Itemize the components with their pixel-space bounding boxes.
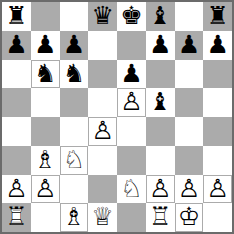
black-pawn-piece[interactable]: ♟: [60, 31, 89, 60]
square-c3[interactable]: ♞♘: [60, 146, 89, 175]
square-g8[interactable]: [175, 2, 204, 31]
square-e7[interactable]: [117, 31, 146, 60]
square-e3[interactable]: [117, 146, 146, 175]
square-d2[interactable]: [88, 175, 117, 204]
square-c4[interactable]: [60, 117, 89, 146]
black-rook-piece[interactable]: ♜: [2, 2, 31, 31]
white-rook-piece[interactable]: ♜♖: [146, 203, 175, 232]
black-pawn-piece[interactable]: ♟: [31, 31, 60, 60]
square-d3[interactable]: [88, 146, 117, 175]
square-b3[interactable]: ♝♗: [31, 146, 60, 175]
square-a5[interactable]: [2, 88, 31, 117]
square-d8[interactable]: ♛: [88, 2, 117, 31]
black-pawn-piece[interactable]: ♟: [117, 60, 146, 89]
white-pawn-piece[interactable]: ♟♙: [175, 175, 204, 204]
square-a3[interactable]: [2, 146, 31, 175]
square-g2[interactable]: ♟♙: [175, 175, 204, 204]
square-c7[interactable]: ♟: [60, 31, 89, 60]
white-knight-piece[interactable]: ♞♘: [117, 175, 146, 204]
black-knight-piece[interactable]: ♞: [60, 60, 89, 89]
square-h7[interactable]: ♟: [203, 31, 232, 60]
square-g1[interactable]: ♚♔: [175, 203, 204, 232]
square-c6[interactable]: ♞: [60, 60, 89, 89]
black-pawn-piece[interactable]: ♟: [203, 31, 232, 60]
white-queen-piece[interactable]: ♛♕: [88, 203, 117, 232]
square-d5[interactable]: [88, 88, 117, 117]
white-rook-piece[interactable]: ♜♖: [2, 203, 31, 232]
square-g3[interactable]: [175, 146, 204, 175]
square-h1[interactable]: [203, 203, 232, 232]
square-h2[interactable]: ♟♙: [203, 175, 232, 204]
square-b8[interactable]: [31, 2, 60, 31]
square-d1[interactable]: ♛♕: [88, 203, 117, 232]
white-knight-piece[interactable]: ♞♘: [60, 146, 89, 175]
white-king-piece[interactable]: ♚♔: [175, 203, 204, 232]
square-f6[interactable]: [146, 60, 175, 89]
square-e5[interactable]: ♟♙: [117, 88, 146, 117]
black-king-piece[interactable]: ♚: [117, 2, 146, 31]
square-g7[interactable]: ♟: [175, 31, 204, 60]
square-a2[interactable]: ♟♙: [2, 175, 31, 204]
square-b6[interactable]: ♞: [31, 60, 60, 89]
white-bishop-piece[interactable]: ♝♗: [31, 146, 60, 175]
black-bishop-piece[interactable]: ♝: [146, 88, 175, 117]
square-f1[interactable]: ♜♖: [146, 203, 175, 232]
square-f7[interactable]: ♟: [146, 31, 175, 60]
white-pawn-piece[interactable]: ♟♙: [203, 175, 232, 204]
square-a7[interactable]: ♟: [2, 31, 31, 60]
black-rook-piece[interactable]: ♜: [203, 2, 232, 31]
square-a4[interactable]: [2, 117, 31, 146]
square-e6[interactable]: ♟: [117, 60, 146, 89]
square-h3[interactable]: [203, 146, 232, 175]
square-b5[interactable]: [31, 88, 60, 117]
square-h8[interactable]: ♜: [203, 2, 232, 31]
chess-board: ♜♛♚♝♜♟♟♟♟♟♟♞♞♟♟♙♝♟♙♝♗♞♘♟♙♟♙♞♘♟♙♟♙♟♙♜♖♝♗♛…: [0, 0, 234, 234]
square-b4[interactable]: [31, 117, 60, 146]
square-b2[interactable]: ♟♙: [31, 175, 60, 204]
black-pawn-piece[interactable]: ♟: [175, 31, 204, 60]
square-e8[interactable]: ♚: [117, 2, 146, 31]
square-f3[interactable]: [146, 146, 175, 175]
square-b7[interactable]: ♟: [31, 31, 60, 60]
square-c5[interactable]: [60, 88, 89, 117]
square-e4[interactable]: [117, 117, 146, 146]
white-pawn-piece[interactable]: ♟♙: [2, 175, 31, 204]
white-pawn-piece[interactable]: ♟♙: [88, 117, 117, 146]
square-f8[interactable]: ♝: [146, 2, 175, 31]
white-pawn-piece[interactable]: ♟♙: [146, 175, 175, 204]
square-e1[interactable]: [117, 203, 146, 232]
square-c1[interactable]: ♝♗: [60, 203, 89, 232]
black-pawn-piece[interactable]: ♟: [2, 31, 31, 60]
black-queen-piece[interactable]: ♛: [88, 2, 117, 31]
square-d4[interactable]: ♟♙: [88, 117, 117, 146]
square-e2[interactable]: ♞♘: [117, 175, 146, 204]
white-pawn-piece[interactable]: ♟♙: [31, 175, 60, 204]
square-f4[interactable]: [146, 117, 175, 146]
white-pawn-piece[interactable]: ♟♙: [117, 88, 146, 117]
square-h6[interactable]: [203, 60, 232, 89]
square-f2[interactable]: ♟♙: [146, 175, 175, 204]
square-b1[interactable]: [31, 203, 60, 232]
square-g4[interactable]: [175, 117, 204, 146]
square-g6[interactable]: [175, 60, 204, 89]
square-c2[interactable]: [60, 175, 89, 204]
black-knight-piece[interactable]: ♞: [31, 60, 60, 89]
square-a8[interactable]: ♜: [2, 2, 31, 31]
square-h5[interactable]: [203, 88, 232, 117]
square-h4[interactable]: [203, 117, 232, 146]
black-bishop-piece[interactable]: ♝: [146, 2, 175, 31]
square-g5[interactable]: [175, 88, 204, 117]
square-f5[interactable]: ♝: [146, 88, 175, 117]
square-a6[interactable]: [2, 60, 31, 89]
square-d6[interactable]: [88, 60, 117, 89]
white-bishop-piece[interactable]: ♝♗: [60, 203, 89, 232]
black-pawn-piece[interactable]: ♟: [146, 31, 175, 60]
square-c8[interactable]: [60, 2, 89, 31]
square-d7[interactable]: [88, 31, 117, 60]
square-a1[interactable]: ♜♖: [2, 203, 31, 232]
